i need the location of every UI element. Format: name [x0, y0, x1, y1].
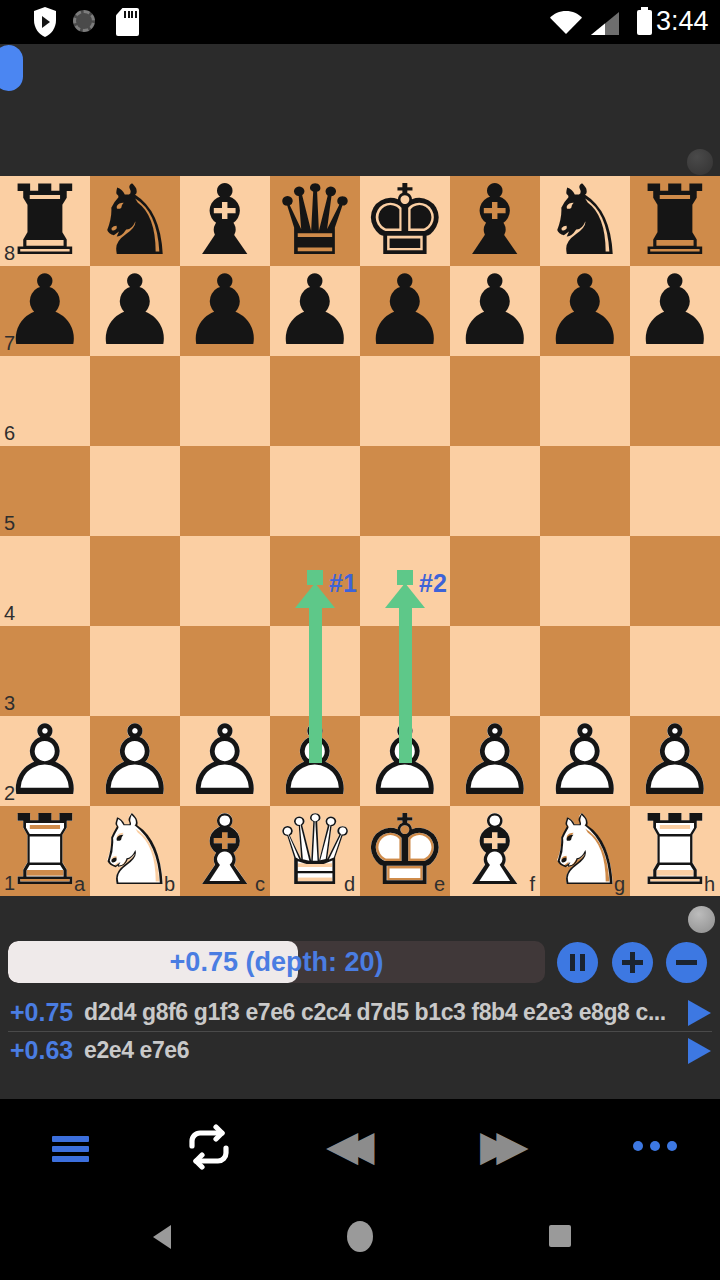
black-pawn: ♟: [630, 266, 720, 356]
black-pawn: ♟: [360, 266, 450, 356]
engine-line-1[interactable]: +0.75d2d4 g8f6 g1f3 e7e6 c2c4 d7d5 b1c3 …: [0, 994, 720, 1031]
square-h7[interactable]: ♟: [630, 266, 720, 356]
square-b3[interactable]: [90, 626, 180, 716]
square-g4[interactable]: [540, 536, 630, 626]
rewind-button[interactable]: ◀◀: [326, 1123, 375, 1169]
line-moves: e2e4 e7e6: [84, 1037, 670, 1064]
square-e8[interactable]: ♚: [360, 176, 450, 266]
square-g3[interactable]: [540, 626, 630, 716]
square-a6[interactable]: 6: [0, 356, 90, 446]
play-line-button[interactable]: [688, 1000, 711, 1026]
black-bishop: ♝: [450, 176, 540, 266]
file-label-a: a: [74, 873, 85, 896]
square-h1[interactable]: ♜♖h: [630, 806, 720, 896]
square-b5[interactable]: [90, 446, 180, 536]
square-c3[interactable]: [180, 626, 270, 716]
square-a2[interactable]: ♟♙2: [0, 716, 90, 806]
square-g5[interactable]: [540, 446, 630, 536]
square-g6[interactable]: [540, 356, 630, 446]
status-bar: 3:44: [0, 0, 720, 44]
recents-button[interactable]: [549, 1225, 571, 1247]
white-pawn-outline: ♙: [630, 716, 720, 806]
play-protect-shield-icon: [33, 7, 57, 37]
black-knight: ♞: [540, 176, 630, 266]
minus-icon: [676, 960, 697, 965]
square-c5[interactable]: [180, 446, 270, 536]
menu-button[interactable]: [52, 1136, 89, 1166]
arrow-rank-label: #2: [419, 569, 447, 598]
file-label-c: c: [255, 873, 265, 896]
square-h3[interactable]: [630, 626, 720, 716]
status-time: 3:44: [656, 6, 709, 37]
black-pawn: ♟: [450, 266, 540, 356]
square-a7[interactable]: ♟7: [0, 266, 90, 356]
square-h5[interactable]: [630, 446, 720, 536]
sd-card-icon: [116, 8, 139, 36]
square-e6[interactable]: [360, 356, 450, 446]
black-pawn: ♟: [90, 266, 180, 356]
plus-icon: [622, 952, 643, 973]
black-king: ♚: [360, 176, 450, 266]
white-bishop-outline: ♗: [450, 806, 540, 896]
line-moves: d2d4 g8f6 g1f3 e7e6 c2c4 d7d5 b1c3 f8b4 …: [84, 999, 670, 1026]
black-pawn: ♟: [180, 266, 270, 356]
white-bishop: ♝: [450, 806, 540, 896]
square-d6[interactable]: [270, 356, 360, 446]
rank-label-2: 2: [4, 782, 15, 805]
square-b8[interactable]: ♞: [90, 176, 180, 266]
line-eval: +0.63: [10, 1036, 84, 1065]
square-d8[interactable]: ♛: [270, 176, 360, 266]
square-f6[interactable]: [450, 356, 540, 446]
file-label-h: h: [704, 873, 715, 896]
square-c7[interactable]: ♟: [180, 266, 270, 356]
drag-handle[interactable]: [0, 45, 23, 91]
eval-depth-text: +0.75 (depth: 20): [8, 941, 545, 983]
spinner-icon: [73, 10, 95, 32]
square-b2[interactable]: ♟♙: [90, 716, 180, 806]
square-f8[interactable]: ♝: [450, 176, 540, 266]
black-bishop: ♝: [180, 176, 270, 266]
ellipsis-icon: [633, 1141, 643, 1151]
fast-forward-button[interactable]: ▶▶: [480, 1123, 529, 1169]
square-f3[interactable]: [450, 626, 540, 716]
square-f1[interactable]: ♝♗f: [450, 806, 540, 896]
rank-label-8: 8: [4, 242, 15, 265]
file-label-f: f: [529, 873, 535, 896]
square-c8[interactable]: ♝: [180, 176, 270, 266]
engine-analysis-panel: +0.75 (depth: 20) +0.75d2d4 g8f6 g1f3 e7…: [0, 896, 720, 1099]
square-h4[interactable]: [630, 536, 720, 626]
white-pawn: ♟: [630, 716, 720, 806]
rank-label-7: 7: [4, 332, 15, 355]
rank-label-3: 3: [4, 692, 15, 715]
back-button[interactable]: [153, 1225, 171, 1249]
square-d5[interactable]: [270, 446, 360, 536]
square-g2[interactable]: ♟♙: [540, 716, 630, 806]
engine-eval-progress-bar: +0.75 (depth: 20): [8, 941, 545, 983]
square-e7[interactable]: ♟: [360, 266, 450, 356]
square-h2[interactable]: ♟♙: [630, 716, 720, 806]
wifi-icon: [549, 9, 583, 35]
square-d7[interactable]: ♟: [270, 266, 360, 356]
white-pawn: ♟: [180, 716, 270, 806]
white-pawn: ♟: [450, 716, 540, 806]
chess-board: ♜8♞♝♛♚♝♞♜♟7♟♟♟♟♟♟♟6543♟♙2♟♙♟♙♟♙♟♙♟♙♟♙♟♙♜…: [0, 176, 720, 896]
square-g8[interactable]: ♞: [540, 176, 630, 266]
panel-resize-knob-top[interactable]: [687, 149, 713, 175]
square-g7[interactable]: ♟: [540, 266, 630, 356]
square-b4[interactable]: [90, 536, 180, 626]
rank-label-5: 5: [4, 512, 15, 535]
flip-board-icon: [184, 1124, 234, 1170]
pause-engine-button[interactable]: [557, 942, 598, 983]
square-f2[interactable]: ♟♙: [450, 716, 540, 806]
black-queen: ♛: [270, 176, 360, 266]
white-pawn-outline: ♙: [180, 716, 270, 806]
cell-signal-icon: [589, 9, 621, 35]
rank-label-6: 6: [4, 422, 15, 445]
file-label-d: d: [344, 873, 355, 896]
black-pawn: ♟: [540, 266, 630, 356]
white-pawn-outline: ♙: [450, 716, 540, 806]
square-c2[interactable]: ♟♙: [180, 716, 270, 806]
arrow-rank-label: #1: [329, 569, 357, 598]
rank-label-4: 4: [4, 602, 15, 625]
square-a5[interactable]: 5: [0, 446, 90, 536]
home-button[interactable]: [347, 1221, 373, 1252]
rank-label-1: 1: [4, 872, 15, 895]
square-h8[interactable]: ♜: [630, 176, 720, 266]
file-label-b: b: [164, 873, 175, 896]
flip-board-button[interactable]: [184, 1124, 234, 1174]
panel-resize-knob-bottom[interactable]: [688, 906, 715, 933]
android-nav-bar: [0, 1213, 720, 1280]
square-f4[interactable]: [450, 536, 540, 626]
black-rook: ♜: [630, 176, 720, 266]
square-b1[interactable]: ♞♘b: [90, 806, 180, 896]
file-label-e: e: [434, 873, 445, 896]
square-a3[interactable]: 3: [0, 626, 90, 716]
more-options-button[interactable]: [633, 1141, 677, 1151]
line-eval: +0.75: [10, 998, 84, 1027]
pause-icon: [570, 954, 585, 971]
bottom-toolbar: ◀◀ ▶▶: [0, 1099, 720, 1213]
add-line-button[interactable]: [612, 942, 653, 983]
square-a8[interactable]: ♜8: [0, 176, 90, 266]
app-screen: 3:44 ♜8♞♝♛♚♝♞♜♟7♟♟♟♟♟♟♟6543♟♙2♟♙♟♙♟♙♟♙♟♙…: [0, 0, 720, 1280]
white-pawn: ♟: [90, 716, 180, 806]
square-b7[interactable]: ♟: [90, 266, 180, 356]
square-d1[interactable]: ♛♕d: [270, 806, 360, 896]
black-pawn: ♟: [270, 266, 360, 356]
remove-line-button[interactable]: [666, 942, 707, 983]
black-knight: ♞: [90, 176, 180, 266]
square-e5[interactable]: [360, 446, 450, 536]
battery-icon: [637, 10, 652, 35]
square-c4[interactable]: [180, 536, 270, 626]
square-f5[interactable]: [450, 446, 540, 536]
white-pawn-outline: ♙: [90, 716, 180, 806]
square-a1[interactable]: ♜♖1a: [0, 806, 90, 896]
square-b6[interactable]: [90, 356, 180, 446]
play-line-button[interactable]: [688, 1038, 711, 1064]
white-pawn-outline: ♙: [540, 716, 630, 806]
square-c1[interactable]: ♝♗c: [180, 806, 270, 896]
white-pawn: ♟: [540, 716, 630, 806]
engine-line-2[interactable]: +0.63e2e4 e7e6: [0, 1032, 720, 1069]
square-f7[interactable]: ♟: [450, 266, 540, 356]
square-g1[interactable]: ♞♘g: [540, 806, 630, 896]
square-e1[interactable]: ♚♔e: [360, 806, 450, 896]
square-a4[interactable]: 4: [0, 536, 90, 626]
square-c6[interactable]: [180, 356, 270, 446]
board-top-strip: [0, 44, 720, 176]
file-label-g: g: [614, 873, 625, 896]
square-h6[interactable]: [630, 356, 720, 446]
